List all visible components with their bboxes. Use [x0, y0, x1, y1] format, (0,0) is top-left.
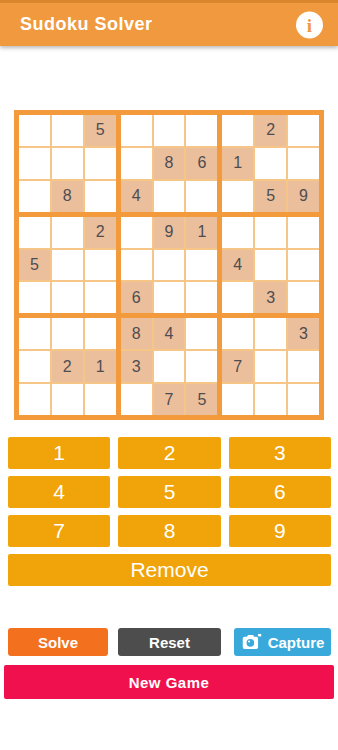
sudoku-box-r1c2: 43	[222, 217, 319, 314]
solve-button[interactable]: Solve	[8, 628, 108, 656]
sudoku-cell-r5c7[interactable]: 4	[222, 250, 253, 281]
new-game-button[interactable]: New Game	[4, 665, 334, 699]
sudoku-cell-r5c8[interactable]	[255, 250, 286, 281]
sudoku-cell-r2c3[interactable]	[85, 148, 116, 179]
sudoku-cell-r7c9[interactable]: 3	[288, 318, 319, 349]
sudoku-cell-r7c6[interactable]	[186, 318, 217, 349]
sudoku-box-r2c0: 21	[19, 318, 116, 415]
sudoku-cell-r8c6[interactable]	[186, 351, 217, 382]
sudoku-cell-r9c2[interactable]	[52, 384, 83, 415]
keypad-button-4[interactable]: 4	[8, 476, 110, 508]
sudoku-cell-r2c9[interactable]	[288, 148, 319, 179]
keypad-button-7[interactable]: 7	[8, 515, 110, 547]
sudoku-cell-r9c9[interactable]	[288, 384, 319, 415]
sudoku-cell-r1c5[interactable]	[154, 115, 185, 146]
reset-button[interactable]: Reset	[118, 628, 221, 656]
keypad-button-6[interactable]: 6	[229, 476, 331, 508]
sudoku-cell-r9c7[interactable]	[222, 384, 253, 415]
sudoku-cell-r5c3[interactable]	[85, 250, 116, 281]
sudoku-cell-r9c4[interactable]	[121, 384, 152, 415]
sudoku-cell-r1c1[interactable]	[19, 115, 50, 146]
sudoku-cell-r3c5[interactable]	[154, 181, 185, 212]
sudoku-cell-r2c7[interactable]: 1	[222, 148, 253, 179]
sudoku-cell-r4c9[interactable]	[288, 217, 319, 248]
sudoku-cell-r8c5[interactable]	[154, 351, 185, 382]
sudoku-cell-r5c6[interactable]	[186, 250, 217, 281]
keypad-button-2[interactable]: 2	[118, 437, 220, 469]
capture-button-label: Capture	[268, 634, 325, 651]
sudoku-cell-r1c2[interactable]	[52, 115, 83, 146]
sudoku-cell-r1c6[interactable]	[186, 115, 217, 146]
sudoku-cell-r9c5[interactable]: 7	[154, 384, 185, 415]
remove-button[interactable]: Remove	[8, 554, 331, 586]
sudoku-cell-r5c9[interactable]	[288, 250, 319, 281]
sudoku-cell-r4c3[interactable]: 2	[85, 217, 116, 248]
sudoku-cell-r2c6[interactable]: 6	[186, 148, 217, 179]
sudoku-cell-r1c3[interactable]: 5	[85, 115, 116, 146]
sudoku-cell-r6c2[interactable]	[52, 282, 83, 313]
keypad-button-8[interactable]: 8	[118, 515, 220, 547]
capture-button[interactable]: Capture	[234, 628, 331, 656]
camera-icon	[241, 633, 262, 651]
sudoku-box-r2c1: 84375	[121, 318, 218, 415]
sudoku-cell-r6c9[interactable]	[288, 282, 319, 313]
sudoku-cell-r7c1[interactable]	[19, 318, 50, 349]
sudoku-cell-r7c5[interactable]: 4	[154, 318, 185, 349]
sudoku-cell-r1c8[interactable]: 2	[255, 115, 286, 146]
sudoku-cell-r3c1[interactable]	[19, 181, 50, 212]
sudoku-cell-r9c3[interactable]	[85, 384, 116, 415]
sudoku-cell-r2c8[interactable]	[255, 148, 286, 179]
sudoku-cell-r8c3[interactable]: 1	[85, 351, 116, 382]
sudoku-cell-r4c8[interactable]	[255, 217, 286, 248]
sudoku-cell-r8c2[interactable]: 2	[52, 351, 83, 382]
sudoku-cell-r9c8[interactable]	[255, 384, 286, 415]
sudoku-cell-r2c1[interactable]	[19, 148, 50, 179]
sudoku-cell-r1c9[interactable]	[288, 115, 319, 146]
sudoku-cell-r5c4[interactable]	[121, 250, 152, 281]
sudoku-cell-r9c6[interactable]: 5	[186, 384, 217, 415]
info-button[interactable]: i	[296, 11, 323, 38]
app-title: Sudoku Solver	[20, 14, 153, 35]
sudoku-cell-r5c5[interactable]	[154, 250, 185, 281]
sudoku-cell-r6c7[interactable]	[222, 282, 253, 313]
sudoku-cell-r7c7[interactable]	[222, 318, 253, 349]
sudoku-cell-r8c8[interactable]	[255, 351, 286, 382]
sudoku-box-r0c2: 2159	[222, 115, 319, 212]
sudoku-cell-r6c4[interactable]: 6	[121, 282, 152, 313]
sudoku-box-r1c0: 25	[19, 217, 116, 314]
sudoku-cell-r4c7[interactable]	[222, 217, 253, 248]
sudoku-cell-r4c6[interactable]: 1	[186, 217, 217, 248]
keypad-button-5[interactable]: 5	[118, 476, 220, 508]
sudoku-cell-r6c6[interactable]	[186, 282, 217, 313]
keypad-button-3[interactable]: 3	[229, 437, 331, 469]
sudoku-box-r0c0: 58	[19, 115, 116, 212]
sudoku-cell-r7c8[interactable]	[255, 318, 286, 349]
sudoku-cell-r6c3[interactable]	[85, 282, 116, 313]
sudoku-cell-r7c4[interactable]: 8	[121, 318, 152, 349]
sudoku-cell-r4c2[interactable]	[52, 217, 83, 248]
sudoku-cell-r3c3[interactable]	[85, 181, 116, 212]
sudoku-cell-r3c9[interactable]: 9	[288, 181, 319, 212]
sudoku-cell-r4c5[interactable]: 9	[154, 217, 185, 248]
info-icon: i	[307, 15, 312, 34]
sudoku-cell-r7c2[interactable]	[52, 318, 83, 349]
sudoku-board: 5886421592591643218437537	[14, 110, 324, 420]
sudoku-cell-r8c4[interactable]: 3	[121, 351, 152, 382]
sudoku-cell-r5c1[interactable]: 5	[19, 250, 50, 281]
keypad-button-9[interactable]: 9	[229, 515, 331, 547]
sudoku-cell-r1c4[interactable]	[121, 115, 152, 146]
sudoku-cell-r2c4[interactable]	[121, 148, 152, 179]
header-bar: Sudoku Solver i	[0, 0, 338, 46]
sudoku-cell-r6c5[interactable]	[154, 282, 185, 313]
sudoku-cell-r8c9[interactable]	[288, 351, 319, 382]
sudoku-box-r2c2: 37	[222, 318, 319, 415]
keypad: 123456789	[8, 437, 331, 547]
sudoku-cell-r3c8[interactable]: 5	[255, 181, 286, 212]
sudoku-cell-r3c7[interactable]	[222, 181, 253, 212]
sudoku-cell-r2c5[interactable]: 8	[154, 148, 185, 179]
sudoku-box-r0c1: 864	[121, 115, 218, 212]
sudoku-cell-r1c7[interactable]	[222, 115, 253, 146]
sudoku-cell-r3c6[interactable]	[186, 181, 217, 212]
sudoku-cell-r3c4[interactable]: 4	[121, 181, 152, 212]
sudoku-cell-r6c8[interactable]: 3	[255, 282, 286, 313]
sudoku-cell-r8c7[interactable]: 7	[222, 351, 253, 382]
keypad-button-1[interactable]: 1	[8, 437, 110, 469]
sudoku-cell-r6c1[interactable]	[19, 282, 50, 313]
sudoku-cell-r2c2[interactable]	[52, 148, 83, 179]
sudoku-cell-r8c1[interactable]	[19, 351, 50, 382]
sudoku-cell-r9c1[interactable]	[19, 384, 50, 415]
sudoku-cell-r4c1[interactable]	[19, 217, 50, 248]
sudoku-cell-r3c2[interactable]: 8	[52, 181, 83, 212]
sudoku-cell-r4c4[interactable]	[121, 217, 152, 248]
sudoku-box-r1c1: 916	[121, 217, 218, 314]
sudoku-cell-r5c2[interactable]	[52, 250, 83, 281]
sudoku-cell-r7c3[interactable]	[85, 318, 116, 349]
